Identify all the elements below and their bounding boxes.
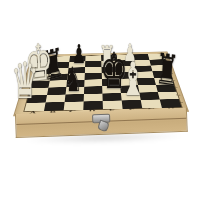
rank-label-1: 1 <box>171 100 190 104</box>
piece-white-bishop-f2[interactable]: ♝ <box>120 56 146 102</box>
piece-black-knight-c2[interactable]: ♞ <box>64 62 83 96</box>
piece-black-rook-h3[interactable]: ♜ <box>154 48 180 93</box>
piece-white-queen-a2[interactable]: ♛ <box>11 56 39 106</box>
